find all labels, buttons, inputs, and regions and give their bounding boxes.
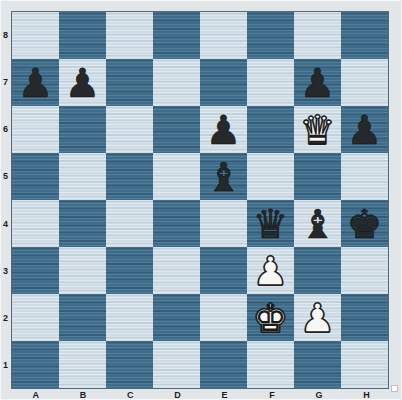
piece-white-pawn[interactable]: ♟ xyxy=(247,247,294,294)
chess-diagram-window: 87654321 ♟♟♟♟♛♟♝♛♝♚♟♚♟ ABCDEFGH xyxy=(0,0,402,400)
square-a1[interactable] xyxy=(12,341,59,388)
square-h7[interactable] xyxy=(341,59,388,106)
rank-label-8: 8 xyxy=(0,11,11,58)
square-f6[interactable] xyxy=(247,106,294,153)
square-d8[interactable] xyxy=(153,12,200,59)
square-f7[interactable] xyxy=(247,59,294,106)
file-label-d: D xyxy=(154,389,201,400)
square-h1[interactable] xyxy=(341,341,388,388)
file-label-b: B xyxy=(59,389,106,400)
square-g4[interactable]: ♝ xyxy=(294,200,341,247)
square-g7[interactable]: ♟ xyxy=(294,59,341,106)
square-c8[interactable] xyxy=(106,12,153,59)
square-d2[interactable] xyxy=(153,294,200,341)
square-h4[interactable]: ♚ xyxy=(341,200,388,247)
square-d7[interactable] xyxy=(153,59,200,106)
square-g8[interactable] xyxy=(294,12,341,59)
square-e6[interactable]: ♟ xyxy=(200,106,247,153)
piece-black-king[interactable]: ♚ xyxy=(341,200,388,247)
rank-label-3: 3 xyxy=(0,247,11,294)
file-label-h: H xyxy=(343,389,390,400)
square-e8[interactable] xyxy=(200,12,247,59)
piece-black-pawn[interactable]: ♟ xyxy=(341,106,388,153)
square-h3[interactable] xyxy=(341,247,388,294)
square-h5[interactable] xyxy=(341,153,388,200)
square-d5[interactable] xyxy=(153,153,200,200)
square-c7[interactable] xyxy=(106,59,153,106)
square-f3[interactable]: ♟ xyxy=(247,247,294,294)
square-f2[interactable]: ♚ xyxy=(247,294,294,341)
square-b7[interactable]: ♟ xyxy=(59,59,106,106)
rank-label-4: 4 xyxy=(0,200,11,247)
rank-label-2: 2 xyxy=(0,295,11,342)
rank-labels: 87654321 xyxy=(0,11,11,389)
square-d4[interactable] xyxy=(153,200,200,247)
square-g1[interactable] xyxy=(294,341,341,388)
square-e5[interactable]: ♝ xyxy=(200,153,247,200)
square-h8[interactable] xyxy=(341,12,388,59)
file-label-c: C xyxy=(107,389,154,400)
piece-black-pawn[interactable]: ♟ xyxy=(200,106,247,153)
piece-black-pawn[interactable]: ♟ xyxy=(59,59,106,106)
square-h2[interactable] xyxy=(341,294,388,341)
square-h6[interactable]: ♟ xyxy=(341,106,388,153)
square-f8[interactable] xyxy=(247,12,294,59)
square-a3[interactable] xyxy=(12,247,59,294)
square-f5[interactable] xyxy=(247,153,294,200)
square-f1[interactable] xyxy=(247,341,294,388)
square-b3[interactable] xyxy=(59,247,106,294)
square-c6[interactable] xyxy=(106,106,153,153)
square-b2[interactable] xyxy=(59,294,106,341)
file-label-a: A xyxy=(12,389,59,400)
square-e7[interactable] xyxy=(200,59,247,106)
piece-white-queen[interactable]: ♛ xyxy=(294,106,341,153)
square-b6[interactable] xyxy=(59,106,106,153)
square-g5[interactable] xyxy=(294,153,341,200)
square-g2[interactable]: ♟ xyxy=(294,294,341,341)
square-b4[interactable] xyxy=(59,200,106,247)
square-b5[interactable] xyxy=(59,153,106,200)
resize-handle[interactable] xyxy=(391,385,398,392)
square-c3[interactable] xyxy=(106,247,153,294)
square-d1[interactable] xyxy=(153,341,200,388)
square-a4[interactable] xyxy=(12,200,59,247)
square-a8[interactable] xyxy=(12,12,59,59)
piece-black-bishop[interactable]: ♝ xyxy=(200,153,247,200)
piece-black-queen[interactable]: ♛ xyxy=(247,200,294,247)
square-c1[interactable] xyxy=(106,341,153,388)
piece-black-pawn[interactable]: ♟ xyxy=(12,59,59,106)
piece-white-king[interactable]: ♚ xyxy=(247,294,294,341)
square-b1[interactable] xyxy=(59,341,106,388)
rank-label-6: 6 xyxy=(0,106,11,153)
file-label-e: E xyxy=(201,389,248,400)
square-e2[interactable] xyxy=(200,294,247,341)
square-a2[interactable] xyxy=(12,294,59,341)
square-d6[interactable] xyxy=(153,106,200,153)
rank-label-5: 5 xyxy=(0,153,11,200)
square-a5[interactable] xyxy=(12,153,59,200)
square-a7[interactable]: ♟ xyxy=(12,59,59,106)
square-c4[interactable] xyxy=(106,200,153,247)
square-f4[interactable]: ♛ xyxy=(247,200,294,247)
file-label-g: G xyxy=(296,389,343,400)
square-g6[interactable]: ♛ xyxy=(294,106,341,153)
square-e1[interactable] xyxy=(200,341,247,388)
piece-white-pawn[interactable]: ♟ xyxy=(294,294,341,341)
piece-black-pawn[interactable]: ♟ xyxy=(294,59,341,106)
square-d3[interactable] xyxy=(153,247,200,294)
square-e4[interactable] xyxy=(200,200,247,247)
rank-label-1: 1 xyxy=(0,342,11,389)
square-e3[interactable] xyxy=(200,247,247,294)
square-a6[interactable] xyxy=(12,106,59,153)
square-g3[interactable] xyxy=(294,247,341,294)
file-labels: ABCDEFGH xyxy=(12,389,390,400)
chess-board: ♟♟♟♟♛♟♝♛♝♚♟♚♟ xyxy=(11,11,389,389)
rank-label-7: 7 xyxy=(0,58,11,105)
square-c2[interactable] xyxy=(106,294,153,341)
square-b8[interactable] xyxy=(59,12,106,59)
piece-black-bishop[interactable]: ♝ xyxy=(294,200,341,247)
file-label-f: F xyxy=(248,389,295,400)
square-c5[interactable] xyxy=(106,153,153,200)
